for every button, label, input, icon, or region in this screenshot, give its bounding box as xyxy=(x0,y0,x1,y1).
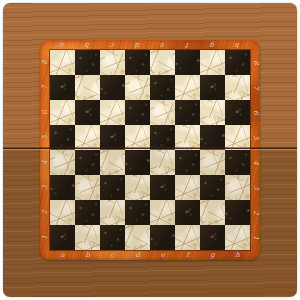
square-d2[interactable] xyxy=(125,200,150,225)
file-label-g: g xyxy=(200,250,225,260)
square-a6[interactable] xyxy=(50,100,75,125)
square-d6[interactable] xyxy=(125,100,150,125)
square-a1[interactable] xyxy=(50,225,75,250)
file-label-g: g xyxy=(200,40,225,50)
square-e2[interactable] xyxy=(150,200,175,225)
square-h2[interactable] xyxy=(225,200,250,225)
square-b4[interactable] xyxy=(75,150,100,175)
square-g5[interactable] xyxy=(200,125,225,150)
file-label-f: f xyxy=(175,40,200,50)
file-label-d: d xyxy=(125,250,150,260)
square-h8[interactable] xyxy=(225,50,250,75)
file-labels-top: abcdefgh xyxy=(50,40,250,50)
square-e8[interactable] xyxy=(150,50,175,75)
board-squares xyxy=(50,50,250,250)
square-h1[interactable] xyxy=(225,225,250,250)
square-c5[interactable] xyxy=(100,125,125,150)
square-d4[interactable] xyxy=(125,150,150,175)
file-labels-bottom: abcdefgh xyxy=(50,250,250,260)
square-g3[interactable] xyxy=(200,175,225,200)
square-b5[interactable] xyxy=(75,125,100,150)
square-g2[interactable] xyxy=(200,200,225,225)
square-d8[interactable] xyxy=(125,50,150,75)
square-c7[interactable] xyxy=(100,75,125,100)
square-c6[interactable] xyxy=(100,100,125,125)
square-g6[interactable] xyxy=(200,100,225,125)
file-label-d: d xyxy=(125,40,150,50)
file-label-a: a xyxy=(50,250,75,260)
square-e4[interactable] xyxy=(150,150,175,175)
square-d5[interactable] xyxy=(125,125,150,150)
square-a4[interactable] xyxy=(50,150,75,175)
square-h5[interactable] xyxy=(225,125,250,150)
square-h4[interactable] xyxy=(225,150,250,175)
square-c4[interactable] xyxy=(100,150,125,175)
square-g7[interactable] xyxy=(200,75,225,100)
square-d1[interactable] xyxy=(125,225,150,250)
photo-background: abcdefgh abcdefgh 87654321 87654321 xyxy=(0,0,300,300)
square-a5[interactable] xyxy=(50,125,75,150)
file-label-h: h xyxy=(225,250,250,260)
square-g8[interactable] xyxy=(200,50,225,75)
square-e1[interactable] xyxy=(150,225,175,250)
square-f2[interactable] xyxy=(175,200,200,225)
square-g1[interactable] xyxy=(200,225,225,250)
file-label-b: b xyxy=(75,250,100,260)
square-e5[interactable] xyxy=(150,125,175,150)
square-a3[interactable] xyxy=(50,175,75,200)
file-label-c: c xyxy=(100,40,125,50)
square-d7[interactable] xyxy=(125,75,150,100)
square-c2[interactable] xyxy=(100,200,125,225)
square-e6[interactable] xyxy=(150,100,175,125)
square-b6[interactable] xyxy=(75,100,100,125)
file-label-b: b xyxy=(75,40,100,50)
square-f8[interactable] xyxy=(175,50,200,75)
square-e3[interactable] xyxy=(150,175,175,200)
square-g4[interactable] xyxy=(200,150,225,175)
square-e7[interactable] xyxy=(150,75,175,100)
rank-labels-right: 87654321 xyxy=(250,50,260,250)
square-f5[interactable] xyxy=(175,125,200,150)
square-h7[interactable] xyxy=(225,75,250,100)
square-c8[interactable] xyxy=(100,50,125,75)
square-a8[interactable] xyxy=(50,50,75,75)
rank-labels-left: 87654321 xyxy=(40,50,50,250)
square-c3[interactable] xyxy=(100,175,125,200)
square-h6[interactable] xyxy=(225,100,250,125)
square-a7[interactable] xyxy=(50,75,75,100)
table-wood: abcdefgh abcdefgh 87654321 87654321 xyxy=(3,3,297,297)
square-c1[interactable] xyxy=(100,225,125,250)
square-a2[interactable] xyxy=(50,200,75,225)
file-label-h: h xyxy=(225,40,250,50)
square-b3[interactable] xyxy=(75,175,100,200)
square-b8[interactable] xyxy=(75,50,100,75)
file-label-f: f xyxy=(175,250,200,260)
square-d3[interactable] xyxy=(125,175,150,200)
square-b1[interactable] xyxy=(75,225,100,250)
file-label-e: e xyxy=(150,250,175,260)
file-label-c: c xyxy=(100,250,125,260)
square-f1[interactable] xyxy=(175,225,200,250)
square-b7[interactable] xyxy=(75,75,100,100)
file-label-e: e xyxy=(150,40,175,50)
square-f7[interactable] xyxy=(175,75,200,100)
square-f6[interactable] xyxy=(175,100,200,125)
file-label-a: a xyxy=(50,40,75,50)
square-f3[interactable] xyxy=(175,175,200,200)
square-b2[interactable] xyxy=(75,200,100,225)
square-f4[interactable] xyxy=(175,150,200,175)
chess-board: abcdefgh abcdefgh 87654321 87654321 xyxy=(40,40,260,260)
square-h3[interactable] xyxy=(225,175,250,200)
